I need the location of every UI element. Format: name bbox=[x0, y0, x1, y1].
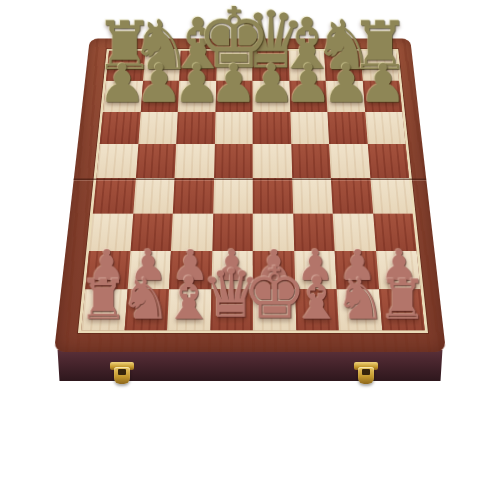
copper-pawn-piece: ♟ bbox=[213, 246, 251, 285]
square-b2: ♟ bbox=[127, 251, 171, 290]
square-a3 bbox=[89, 213, 133, 250]
square-g1: ♞ bbox=[337, 289, 382, 330]
square-b8: ♞ bbox=[143, 51, 181, 81]
square-h1: ♜ bbox=[379, 289, 425, 330]
copper-rook-piece: ♜ bbox=[78, 275, 127, 326]
square-f1: ♝ bbox=[295, 289, 339, 330]
square-a2: ♟ bbox=[85, 251, 130, 290]
square-b1: ♞ bbox=[124, 289, 169, 330]
square-b7: ♟ bbox=[140, 81, 179, 112]
square-g8: ♞ bbox=[324, 51, 362, 81]
latch-keyway bbox=[362, 369, 370, 375]
square-h3 bbox=[373, 213, 417, 250]
square-c4 bbox=[173, 178, 214, 213]
square-e5 bbox=[253, 144, 292, 178]
square-e8: ♛ bbox=[252, 51, 289, 81]
square-b4 bbox=[133, 178, 175, 213]
square-a1: ♜ bbox=[81, 289, 127, 330]
square-g7: ♟ bbox=[326, 81, 365, 112]
board-scene: ♜♞♝♚♛♝♞♜♟♟♟♟♟♟♟♟♟♟♟♟♟♟♟♟♜♞♝♛♚♝♞♜ bbox=[54, 0, 446, 352]
square-c3 bbox=[171, 213, 213, 250]
square-a7: ♟ bbox=[103, 81, 143, 112]
square-a4 bbox=[93, 178, 136, 213]
copper-pawn-piece: ♟ bbox=[297, 246, 335, 285]
square-d4 bbox=[213, 178, 253, 213]
square-f7: ♟ bbox=[289, 81, 327, 112]
square-c1: ♝ bbox=[167, 289, 211, 330]
copper-pawn-piece: ♟ bbox=[338, 246, 376, 285]
copper-pawn-piece: ♟ bbox=[380, 246, 418, 285]
square-g3 bbox=[333, 213, 376, 250]
square-h7: ♟ bbox=[362, 81, 402, 112]
chess-board: ♜♞♝♚♛♝♞♜♟♟♟♟♟♟♟♟♟♟♟♟♟♟♟♟♜♞♝♛♚♝♞♜ bbox=[78, 49, 428, 333]
brass-latch-left bbox=[110, 360, 134, 386]
square-h6 bbox=[365, 112, 406, 144]
copper-pawn-piece: ♟ bbox=[171, 246, 209, 285]
square-d2: ♟ bbox=[211, 251, 253, 290]
square-g4 bbox=[331, 178, 373, 213]
copper-pawn-piece: ♟ bbox=[129, 246, 167, 285]
square-f8: ♝ bbox=[288, 51, 325, 81]
square-d3 bbox=[212, 213, 253, 250]
square-f2: ♟ bbox=[294, 251, 337, 290]
product-photo: ♜♞♝♚♛♝♞♜♟♟♟♟♟♟♟♟♟♟♟♟♟♟♟♟♜♞♝♛♚♝♞♜ bbox=[0, 0, 500, 500]
brass-latch-right bbox=[354, 360, 378, 386]
square-h2: ♟ bbox=[376, 251, 421, 290]
square-c5 bbox=[175, 144, 215, 178]
square-c2: ♟ bbox=[169, 251, 212, 290]
square-a6 bbox=[100, 112, 141, 144]
square-h4 bbox=[370, 178, 413, 213]
square-b3 bbox=[130, 213, 173, 250]
fold-seam-line bbox=[73, 179, 426, 181]
square-e3 bbox=[253, 213, 294, 250]
square-e7: ♟ bbox=[253, 81, 290, 112]
square-e2: ♟ bbox=[253, 251, 295, 290]
square-c8: ♝ bbox=[179, 51, 216, 81]
square-e6 bbox=[253, 112, 291, 144]
square-g6 bbox=[327, 112, 367, 144]
square-b6 bbox=[138, 112, 178, 144]
square-e1: ♚ bbox=[253, 289, 296, 330]
latch-keyway bbox=[118, 369, 126, 375]
square-c7: ♟ bbox=[178, 81, 216, 112]
square-d1: ♛ bbox=[210, 289, 253, 330]
square-f4 bbox=[292, 178, 333, 213]
square-a8: ♜ bbox=[106, 51, 145, 81]
square-e4 bbox=[253, 178, 293, 213]
copper-pawn-piece: ♟ bbox=[88, 246, 126, 285]
board-frame: ♜♞♝♚♛♝♞♜♟♟♟♟♟♟♟♟♟♟♟♟♟♟♟♟♜♞♝♛♚♝♞♜ bbox=[54, 39, 446, 352]
square-f3 bbox=[293, 213, 335, 250]
square-f5 bbox=[291, 144, 331, 178]
square-g5 bbox=[329, 144, 370, 178]
square-g2: ♟ bbox=[335, 251, 379, 290]
copper-rook-piece: ♜ bbox=[378, 275, 427, 326]
square-a5 bbox=[96, 144, 138, 178]
square-d8: ♚ bbox=[216, 51, 253, 81]
square-h5 bbox=[367, 144, 409, 178]
square-h8: ♜ bbox=[360, 51, 399, 81]
square-d5 bbox=[214, 144, 253, 178]
square-f6 bbox=[290, 112, 329, 144]
square-d6 bbox=[214, 112, 252, 144]
square-c6 bbox=[176, 112, 215, 144]
square-d7: ♟ bbox=[215, 81, 252, 112]
square-b5 bbox=[135, 144, 176, 178]
copper-pawn-piece: ♟ bbox=[255, 246, 293, 285]
